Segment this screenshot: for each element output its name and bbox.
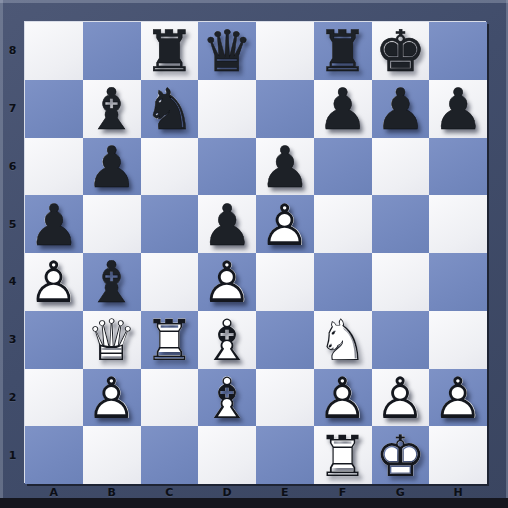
file-label-c: C xyxy=(141,486,199,499)
piece-black-knight-c7[interactable]: ♘♞ xyxy=(141,80,199,138)
piece-glyph-fill: ♟ xyxy=(372,80,430,138)
square-g6[interactable] xyxy=(372,138,430,196)
rank-label-3: 3 xyxy=(0,311,25,369)
piece-glyph-outline: ♙ xyxy=(198,253,256,311)
piece-glyph-fill: ♟ xyxy=(314,80,372,138)
file-label-d: D xyxy=(198,486,256,499)
piece-white-rook-f1[interactable]: ♜♖ xyxy=(314,426,372,484)
square-d7[interactable] xyxy=(198,80,256,138)
square-a3[interactable] xyxy=(25,311,83,369)
rank-label-5: 5 xyxy=(0,195,25,253)
piece-white-pawn-h2[interactable]: ♟♙ xyxy=(429,369,487,427)
piece-white-pawn-a4[interactable]: ♟♙ xyxy=(25,253,83,311)
piece-white-pawn-f2[interactable]: ♟♙ xyxy=(314,369,372,427)
square-f1[interactable]: ♜♖ xyxy=(314,426,372,484)
square-b6[interactable]: ♙♟ xyxy=(83,138,141,196)
piece-white-rook-c3[interactable]: ♜♖ xyxy=(141,311,199,369)
square-g7[interactable]: ♙♟ xyxy=(372,80,430,138)
frame-bottom-strip xyxy=(0,498,508,508)
file-label-g: G xyxy=(372,486,430,499)
square-h5[interactable] xyxy=(429,195,487,253)
piece-white-pawn-e5[interactable]: ♟♙ xyxy=(256,195,314,253)
square-h6[interactable] xyxy=(429,138,487,196)
piece-glyph-fill: ♜ xyxy=(314,22,372,80)
piece-white-pawn-d4[interactable]: ♟♙ xyxy=(198,253,256,311)
square-a4[interactable]: ♟♙ xyxy=(25,253,83,311)
square-f2[interactable]: ♟♙ xyxy=(314,369,372,427)
piece-glyph-fill: ♟ xyxy=(256,138,314,196)
square-g5[interactable] xyxy=(372,195,430,253)
square-c4[interactable] xyxy=(141,253,199,311)
square-d1[interactable] xyxy=(198,426,256,484)
piece-glyph-fill: ♛ xyxy=(198,22,256,80)
rank-label-1: 1 xyxy=(0,426,25,484)
piece-white-pawn-b2[interactable]: ♟♙ xyxy=(83,369,141,427)
rank-label-7: 7 xyxy=(0,80,25,138)
piece-black-king-g8[interactable]: ♔♚ xyxy=(372,22,430,80)
square-e8[interactable] xyxy=(256,22,314,80)
square-a5[interactable]: ♙♟ xyxy=(25,195,83,253)
piece-white-pawn-g2[interactable]: ♟♙ xyxy=(372,369,430,427)
piece-black-rook-c8[interactable]: ♖♜ xyxy=(141,22,199,80)
piece-glyph-fill: ♝ xyxy=(83,80,141,138)
square-e5[interactable]: ♟♙ xyxy=(256,195,314,253)
frame-highlight-top xyxy=(0,0,508,3)
square-h4[interactable] xyxy=(429,253,487,311)
file-labels: A B C D E F G H xyxy=(25,486,487,499)
square-h1[interactable] xyxy=(429,426,487,484)
piece-black-bishop-b7[interactable]: ♗♝ xyxy=(83,80,141,138)
chess-board: ♖♜♕♛♖♜♔♚♗♝♘♞♙♟♙♟♙♟♙♟♙♟♙♟♙♟♟♙♟♙♗♝♟♙♛♕♜♖♝♗… xyxy=(25,22,487,484)
square-g3[interactable] xyxy=(372,311,430,369)
piece-white-king-g1[interactable]: ♚♔ xyxy=(372,426,430,484)
piece-black-pawn-h7[interactable]: ♙♟ xyxy=(429,80,487,138)
rank-label-6: 6 xyxy=(0,138,25,196)
file-label-h: H xyxy=(429,486,487,499)
square-c8[interactable]: ♖♜ xyxy=(141,22,199,80)
square-f8[interactable]: ♖♜ xyxy=(314,22,372,80)
square-e2[interactable] xyxy=(256,369,314,427)
square-b1[interactable] xyxy=(83,426,141,484)
square-c5[interactable] xyxy=(141,195,199,253)
square-a6[interactable] xyxy=(25,138,83,196)
piece-white-bishop-d3[interactable]: ♝♗ xyxy=(198,311,256,369)
piece-glyph-outline: ♕ xyxy=(83,311,141,369)
square-h8[interactable] xyxy=(429,22,487,80)
square-b2[interactable]: ♟♙ xyxy=(83,369,141,427)
piece-white-bishop-d2[interactable]: ♝♗ xyxy=(198,369,256,427)
piece-glyph-outline: ♙ xyxy=(429,369,487,427)
square-c7[interactable]: ♘♞ xyxy=(141,80,199,138)
rank-labels: 8 7 6 5 4 3 2 1 xyxy=(0,22,25,484)
piece-glyph-outline: ♙ xyxy=(314,369,372,427)
square-e1[interactable] xyxy=(256,426,314,484)
piece-black-queen-d8[interactable]: ♕♛ xyxy=(198,22,256,80)
square-d8[interactable]: ♕♛ xyxy=(198,22,256,80)
square-b7[interactable]: ♗♝ xyxy=(83,80,141,138)
square-h2[interactable]: ♟♙ xyxy=(429,369,487,427)
square-g2[interactable]: ♟♙ xyxy=(372,369,430,427)
file-label-b: B xyxy=(83,486,141,499)
piece-black-pawn-d5[interactable]: ♙♟ xyxy=(198,195,256,253)
piece-black-rook-f8[interactable]: ♖♜ xyxy=(314,22,372,80)
square-a2[interactable] xyxy=(25,369,83,427)
square-b3[interactable]: ♛♕ xyxy=(83,311,141,369)
square-b5[interactable] xyxy=(83,195,141,253)
piece-white-knight-f3[interactable]: ♞♘ xyxy=(314,311,372,369)
square-a1[interactable] xyxy=(25,426,83,484)
piece-glyph-fill: ♜ xyxy=(141,22,199,80)
file-label-e: E xyxy=(256,486,314,499)
square-h7[interactable]: ♙♟ xyxy=(429,80,487,138)
square-h3[interactable] xyxy=(429,311,487,369)
rank-label-2: 2 xyxy=(0,369,25,427)
piece-glyph-outline: ♙ xyxy=(256,195,314,253)
square-g4[interactable] xyxy=(372,253,430,311)
piece-glyph-outline: ♔ xyxy=(372,426,430,484)
square-c3[interactable]: ♜♖ xyxy=(141,311,199,369)
square-e4[interactable] xyxy=(256,253,314,311)
piece-glyph-fill: ♟ xyxy=(198,195,256,253)
piece-glyph-fill: ♞ xyxy=(141,80,199,138)
rank-label-8: 8 xyxy=(0,22,25,80)
square-c1[interactable] xyxy=(141,426,199,484)
piece-glyph-outline: ♗ xyxy=(198,369,256,427)
square-f4[interactable] xyxy=(314,253,372,311)
square-f7[interactable]: ♙♟ xyxy=(314,80,372,138)
square-e6[interactable]: ♙♟ xyxy=(256,138,314,196)
square-c2[interactable] xyxy=(141,369,199,427)
piece-glyph-outline: ♙ xyxy=(83,369,141,427)
rank-label-4: 4 xyxy=(0,253,25,311)
square-d3[interactable]: ♝♗ xyxy=(198,311,256,369)
piece-glyph-outline: ♗ xyxy=(198,311,256,369)
piece-black-bishop-b4[interactable]: ♗♝ xyxy=(83,253,141,311)
file-label-f: F xyxy=(314,486,372,499)
square-c6[interactable] xyxy=(141,138,199,196)
square-f3[interactable]: ♞♘ xyxy=(314,311,372,369)
piece-black-pawn-f7[interactable]: ♙♟ xyxy=(314,80,372,138)
piece-black-pawn-a5[interactable]: ♙♟ xyxy=(25,195,83,253)
square-d5[interactable]: ♙♟ xyxy=(198,195,256,253)
piece-glyph-outline: ♘ xyxy=(314,311,372,369)
piece-black-pawn-e6[interactable]: ♙♟ xyxy=(256,138,314,196)
square-f5[interactable] xyxy=(314,195,372,253)
square-e3[interactable] xyxy=(256,311,314,369)
square-g1[interactable]: ♚♔ xyxy=(372,426,430,484)
square-a8[interactable] xyxy=(25,22,83,80)
square-b8[interactable] xyxy=(83,22,141,80)
piece-glyph-fill: ♟ xyxy=(429,80,487,138)
piece-white-queen-b3[interactable]: ♛♕ xyxy=(83,311,141,369)
piece-glyph-outline: ♖ xyxy=(314,426,372,484)
piece-glyph-outline: ♖ xyxy=(141,311,199,369)
square-d6[interactable] xyxy=(198,138,256,196)
square-d2[interactable]: ♝♗ xyxy=(198,369,256,427)
square-g8[interactable]: ♔♚ xyxy=(372,22,430,80)
board-frame: 8 7 6 5 4 3 2 1 ♖♜♕♛♖♜♔♚♗♝♘♞♙♟♙♟♙♟♙♟♙♟♙♟… xyxy=(0,0,508,508)
square-f6[interactable] xyxy=(314,138,372,196)
piece-glyph-fill: ♟ xyxy=(83,138,141,196)
piece-black-pawn-g7[interactable]: ♙♟ xyxy=(372,80,430,138)
piece-glyph-fill: ♟ xyxy=(25,195,83,253)
square-b4[interactable]: ♗♝ xyxy=(83,253,141,311)
square-d4[interactable]: ♟♙ xyxy=(198,253,256,311)
piece-glyph-fill: ♝ xyxy=(83,253,141,311)
piece-glyph-fill: ♚ xyxy=(372,22,430,80)
piece-glyph-outline: ♙ xyxy=(372,369,430,427)
file-label-a: A xyxy=(25,486,83,499)
piece-black-pawn-b6[interactable]: ♙♟ xyxy=(83,138,141,196)
square-a7[interactable] xyxy=(25,80,83,138)
square-e7[interactable] xyxy=(256,80,314,138)
piece-glyph-outline: ♙ xyxy=(25,253,83,311)
